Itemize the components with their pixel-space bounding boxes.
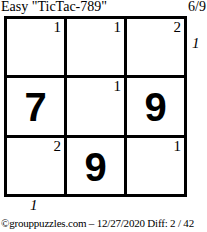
cell-r3c2[interactable]: 9 [67, 138, 124, 194]
corner-clue: 1 [54, 19, 62, 35]
page-title: Easy "TicTac-789" [1, 0, 107, 14]
corner-clue: 1 [114, 78, 122, 94]
cell-r2c3[interactable]: 9 [127, 78, 184, 134]
cell-r2c1[interactable]: 7 [7, 78, 64, 134]
cell-value: 7 [24, 87, 46, 127]
cell-r1c3[interactable]: 2 [127, 19, 184, 75]
corner-clue: 1 [174, 138, 182, 154]
cell-value: 9 [144, 87, 166, 127]
corner-clue: 2 [174, 19, 182, 35]
corner-clue: 2 [54, 138, 62, 154]
cell-r1c2[interactable]: 1 [67, 19, 124, 75]
cell-r3c1[interactable]: 2 [7, 138, 64, 194]
copyright-footer: ©grouppuzzles.com – 12/27/2020 Diff: 2 /… [1, 216, 206, 230]
puzzle-page: Easy "TicTac-789" 6/9 1 1 2 7 1 9 2 [0, 0, 207, 232]
progress-counter: 6/9 [188, 0, 206, 14]
board-grid: 1 1 2 7 1 9 2 9 [4, 16, 187, 197]
cell-r2c2[interactable]: 1 [67, 78, 124, 134]
row1-outside-clue: 1 [192, 34, 200, 52]
col1-outside-clue: 1 [30, 196, 38, 214]
cell-r3c3[interactable]: 1 [127, 138, 184, 194]
corner-clue: 1 [114, 19, 122, 35]
cell-value: 9 [84, 147, 106, 187]
cell-r1c1[interactable]: 1 [7, 19, 64, 75]
